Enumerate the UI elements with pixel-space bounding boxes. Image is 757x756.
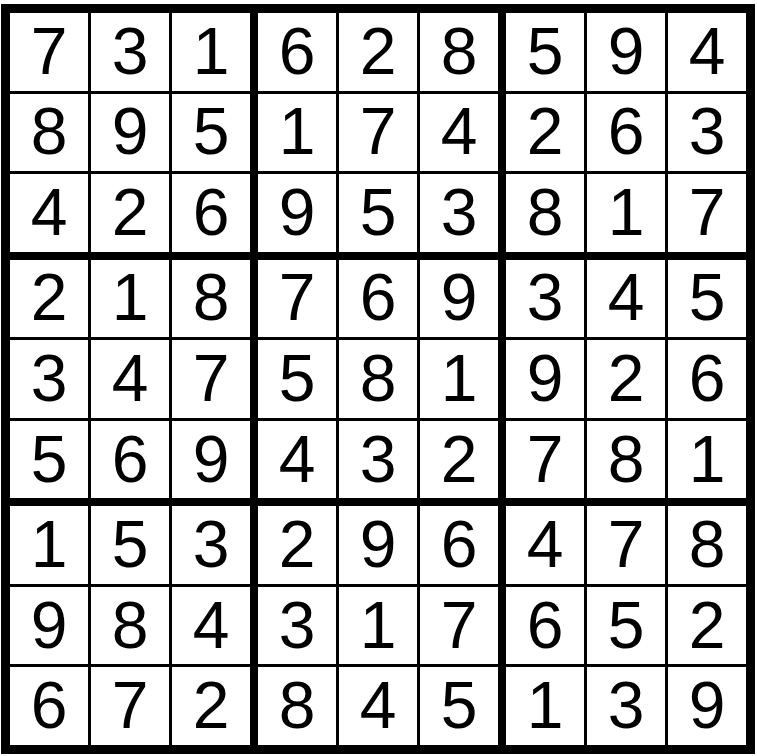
cell-r2c3[interactable]: 5: [172, 94, 250, 172]
cell-r5c3[interactable]: 7: [172, 340, 250, 418]
cell-r5c4[interactable]: 5: [258, 340, 336, 418]
cell-r1c6[interactable]: 8: [420, 13, 498, 91]
cell-r7c6[interactable]: 6: [420, 506, 498, 584]
cell-r1c3[interactable]: 1: [172, 13, 250, 91]
cell-r7c9[interactable]: 8: [668, 506, 746, 584]
box-r2c1: 218347569: [10, 260, 250, 499]
cell-r9c1[interactable]: 6: [10, 667, 88, 745]
cell-r3c7[interactable]: 8: [506, 174, 584, 252]
cell-r5c6[interactable]: 1: [420, 340, 498, 418]
cell-r4c7[interactable]: 3: [506, 260, 584, 338]
cell-r3c5[interactable]: 5: [339, 174, 417, 252]
cell-r6c2[interactable]: 6: [91, 421, 169, 499]
sudoku-board: 7318954266281749535942638172183475697695…: [1, 4, 755, 754]
cell-r4c6[interactable]: 9: [420, 260, 498, 338]
cell-r9c8[interactable]: 3: [587, 667, 665, 745]
cell-r7c3[interactable]: 3: [172, 506, 250, 584]
cell-r9c9[interactable]: 9: [668, 667, 746, 745]
cell-r1c4[interactable]: 6: [258, 13, 336, 91]
cell-r1c9[interactable]: 4: [668, 13, 746, 91]
cell-r6c6[interactable]: 2: [420, 421, 498, 499]
cell-r2c9[interactable]: 3: [668, 94, 746, 172]
cell-r9c7[interactable]: 1: [506, 667, 584, 745]
box-r3c1: 153984672: [10, 506, 250, 745]
cell-r3c8[interactable]: 1: [587, 174, 665, 252]
cell-r8c6[interactable]: 7: [420, 587, 498, 665]
cell-r3c2[interactable]: 2: [91, 174, 169, 252]
cell-r3c3[interactable]: 6: [172, 174, 250, 252]
cell-r3c6[interactable]: 3: [420, 174, 498, 252]
box-r1c2: 628174953: [258, 13, 498, 252]
box-r1c3: 594263817: [506, 13, 746, 252]
cell-r1c1[interactable]: 7: [10, 13, 88, 91]
box-r2c3: 345926781: [506, 260, 746, 499]
cell-r9c2[interactable]: 7: [91, 667, 169, 745]
cell-r7c4[interactable]: 2: [258, 506, 336, 584]
cell-r5c8[interactable]: 2: [587, 340, 665, 418]
cell-r8c9[interactable]: 2: [668, 587, 746, 665]
cell-r7c8[interactable]: 7: [587, 506, 665, 584]
cell-r1c8[interactable]: 9: [587, 13, 665, 91]
cell-r2c4[interactable]: 1: [258, 94, 336, 172]
cell-r9c4[interactable]: 8: [258, 667, 336, 745]
cell-r5c5[interactable]: 8: [339, 340, 417, 418]
cell-r8c3[interactable]: 4: [172, 587, 250, 665]
cell-r4c2[interactable]: 1: [91, 260, 169, 338]
cell-r5c2[interactable]: 4: [91, 340, 169, 418]
box-r1c1: 731895426: [10, 13, 250, 252]
cell-r7c5[interactable]: 9: [339, 506, 417, 584]
cell-r6c1[interactable]: 5: [10, 421, 88, 499]
cell-r2c1[interactable]: 8: [10, 94, 88, 172]
cell-r8c2[interactable]: 8: [91, 587, 169, 665]
cell-r4c1[interactable]: 2: [10, 260, 88, 338]
cell-r5c1[interactable]: 3: [10, 340, 88, 418]
cell-r3c1[interactable]: 4: [10, 174, 88, 252]
cell-r5c7[interactable]: 9: [506, 340, 584, 418]
cell-r2c2[interactable]: 9: [91, 94, 169, 172]
cell-r8c1[interactable]: 9: [10, 587, 88, 665]
cell-r4c5[interactable]: 6: [339, 260, 417, 338]
cell-r1c7[interactable]: 5: [506, 13, 584, 91]
cell-r6c8[interactable]: 8: [587, 421, 665, 499]
cell-r4c4[interactable]: 7: [258, 260, 336, 338]
cell-r2c8[interactable]: 6: [587, 94, 665, 172]
cell-r8c8[interactable]: 5: [587, 587, 665, 665]
box-r2c2: 769581432: [258, 260, 498, 499]
cell-r2c6[interactable]: 4: [420, 94, 498, 172]
cell-r6c4[interactable]: 4: [258, 421, 336, 499]
cell-r6c3[interactable]: 9: [172, 421, 250, 499]
cell-r6c9[interactable]: 1: [668, 421, 746, 499]
cell-r1c2[interactable]: 3: [91, 13, 169, 91]
cell-r7c7[interactable]: 4: [506, 506, 584, 584]
cell-r8c5[interactable]: 1: [339, 587, 417, 665]
cell-r5c9[interactable]: 6: [668, 340, 746, 418]
cell-r7c2[interactable]: 5: [91, 506, 169, 584]
cell-r4c9[interactable]: 5: [668, 260, 746, 338]
cell-r9c5[interactable]: 4: [339, 667, 417, 745]
box-r3c2: 296317845: [258, 506, 498, 745]
cell-r1c5[interactable]: 2: [339, 13, 417, 91]
cell-r3c9[interactable]: 7: [668, 174, 746, 252]
cell-r8c7[interactable]: 6: [506, 587, 584, 665]
cell-r8c4[interactable]: 3: [258, 587, 336, 665]
box-r3c3: 478652139: [506, 506, 746, 745]
cell-r3c4[interactable]: 9: [258, 174, 336, 252]
cell-r4c3[interactable]: 8: [172, 260, 250, 338]
cell-r6c7[interactable]: 7: [506, 421, 584, 499]
cell-r4c8[interactable]: 4: [587, 260, 665, 338]
cell-r6c5[interactable]: 3: [339, 421, 417, 499]
cell-r2c7[interactable]: 2: [506, 94, 584, 172]
cell-r7c1[interactable]: 1: [10, 506, 88, 584]
cell-r9c3[interactable]: 2: [172, 667, 250, 745]
cell-r9c6[interactable]: 5: [420, 667, 498, 745]
cell-r2c5[interactable]: 7: [339, 94, 417, 172]
